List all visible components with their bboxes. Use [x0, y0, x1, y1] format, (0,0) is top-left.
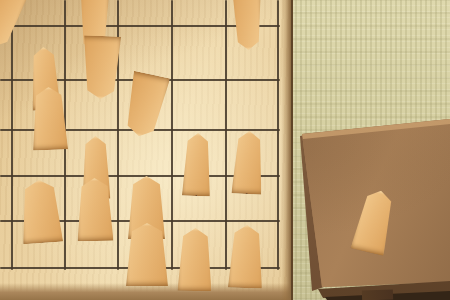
- shogi-photo: 歩兵歩兵歩兵金将歩兵飛車銀将歩兵歩兵歩兵金将金将銀将玉将桂馬香車歩兵: [0, 0, 450, 300]
- piece-sente-gyoku-3i[interactable]: 玉将: [126, 223, 168, 286]
- komadai-leg: [362, 289, 393, 300]
